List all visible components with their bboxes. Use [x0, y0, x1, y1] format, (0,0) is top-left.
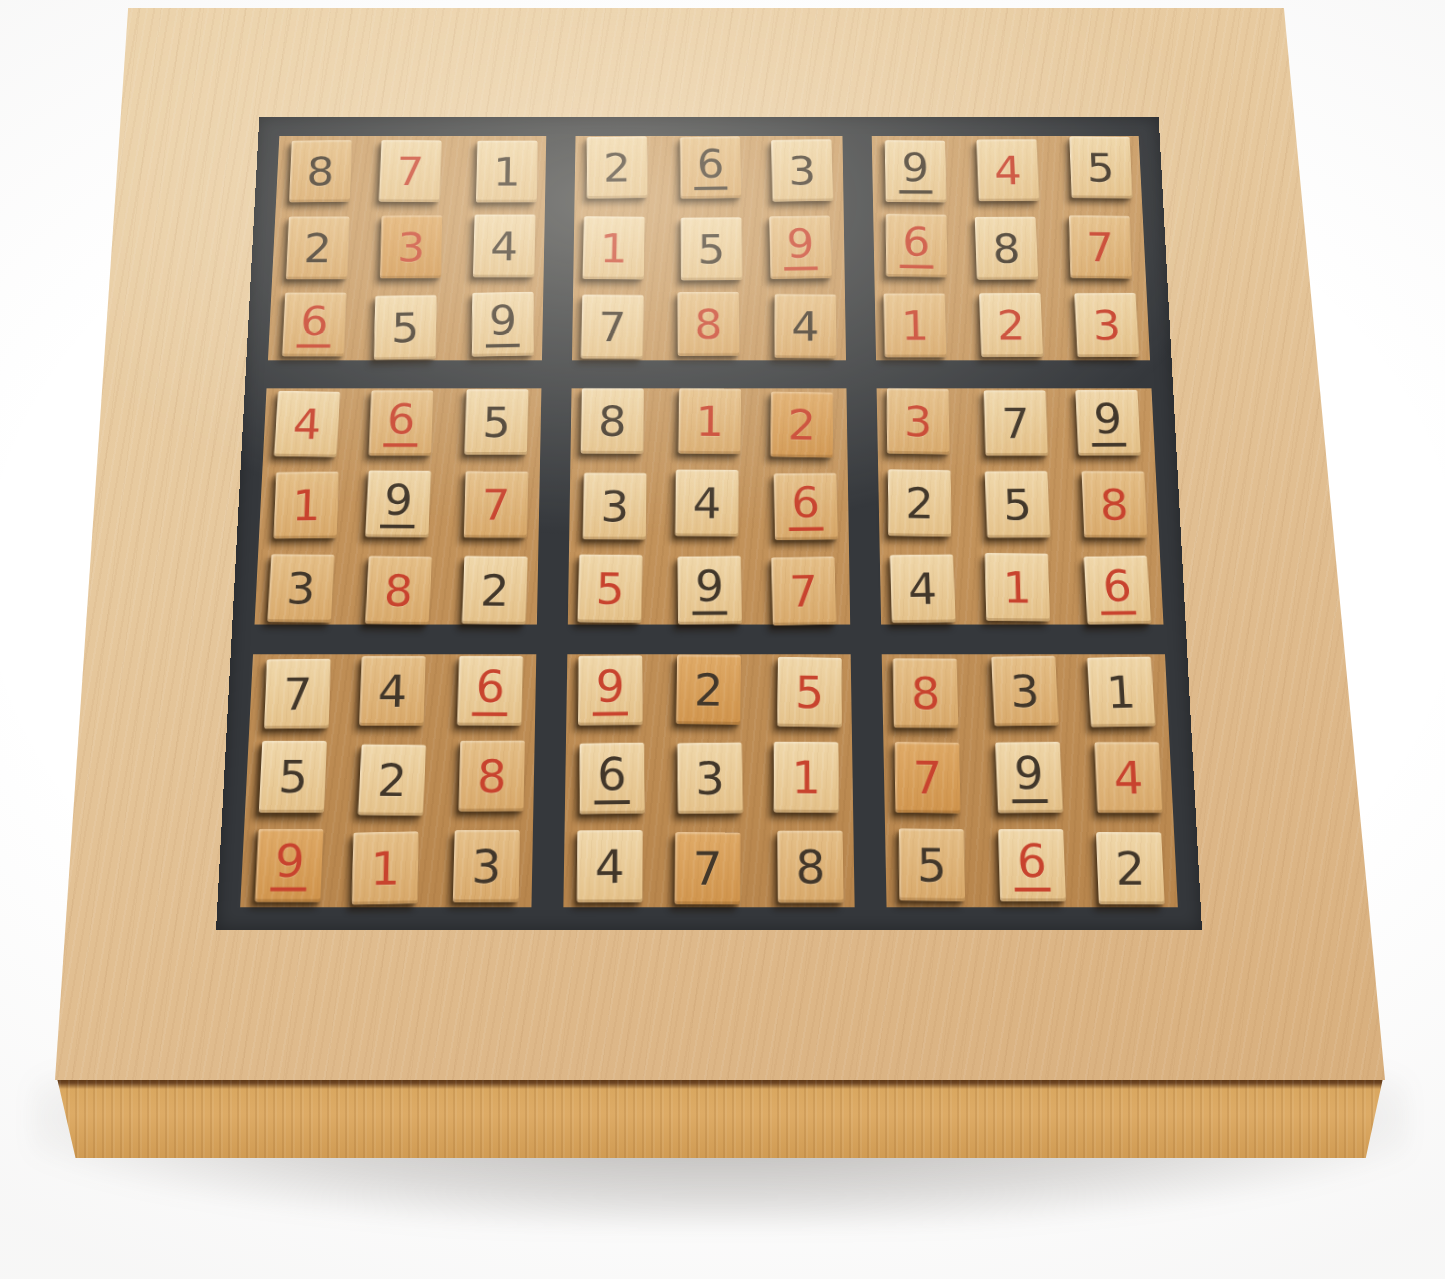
grid-cell-r1c2: 7: [369, 136, 454, 203]
tile-digit: 6: [472, 666, 508, 716]
grid-cell-r4c9: 9: [1066, 387, 1155, 459]
grid-cell-r6c8: 1: [976, 551, 1066, 625]
grid-cell-r7c4: 9: [566, 654, 655, 730]
tile-r3c4[interactable]: 7: [580, 295, 643, 360]
tile-digit: 1: [900, 305, 929, 346]
tile-digit: 7: [1086, 227, 1115, 267]
grid-cell-r8c4: 6: [564, 740, 654, 818]
tile-digit: 6: [789, 483, 824, 531]
grid-cell-r4c4: 8: [570, 387, 656, 459]
tile-r5c1[interactable]: 1: [274, 471, 339, 539]
tile-digit: 5: [917, 842, 947, 888]
grid-cell-r8c7: 7: [882, 740, 973, 818]
tile-r6c9[interactable]: 6: [1083, 555, 1151, 624]
tile-digit: 6: [694, 146, 728, 190]
tile-digit: 2: [303, 228, 332, 268]
tile-r9c9[interactable]: 2: [1096, 832, 1165, 905]
tile-r4c6[interactable]: 2: [771, 391, 834, 458]
tile-r8c9[interactable]: 4: [1094, 742, 1162, 813]
grid-cell-r4c3: 5: [455, 387, 542, 459]
tile-r1c2[interactable]: 7: [378, 140, 441, 202]
tile-r1c7[interactable]: 9: [885, 140, 947, 203]
tile-digit: 3: [904, 400, 933, 442]
tile-digit: 1: [370, 845, 401, 891]
tile-r7c8[interactable]: 3: [991, 655, 1059, 726]
tile-digit: 3: [471, 844, 502, 890]
board-side-face: [57, 1078, 1383, 1158]
tile-digit: 4: [792, 306, 820, 347]
tile-r5c8[interactable]: 5: [985, 471, 1051, 538]
grid-cell-r7c8: 3: [979, 654, 1070, 730]
tile-r9c2[interactable]: 1: [351, 832, 418, 906]
grid-cell-r1c5: 6: [667, 136, 750, 203]
tile-r7c1[interactable]: 7: [264, 658, 331, 729]
grid-cell-r2c8: 8: [966, 213, 1052, 282]
tile-r4c2[interactable]: 6: [368, 390, 433, 456]
grid-cell-r3c1: 6: [268, 291, 356, 361]
tile-r4c3[interactable]: 5: [464, 389, 528, 455]
grid-cell-r5c8: 5: [973, 469, 1062, 542]
grid-cell-r4c1: 4: [263, 387, 352, 459]
tile-digit: 3: [397, 227, 426, 267]
tile-r9c5[interactable]: 7: [674, 832, 740, 905]
tile-digit: 1: [792, 755, 821, 800]
tile-digit: 2: [905, 482, 934, 525]
tile-digit: 2: [1114, 846, 1146, 892]
grid-cell-r4c7: 3: [875, 387, 962, 459]
tile-r9c3[interactable]: 3: [453, 830, 520, 903]
tile-digit: 8: [694, 304, 722, 345]
grid-cell-r3c8: 2: [968, 291, 1055, 361]
tile-r3c7[interactable]: 1: [883, 293, 946, 357]
tile-digit: 9: [784, 225, 819, 270]
tile-digit: 5: [795, 670, 824, 715]
tile-r8c7[interactable]: 7: [895, 742, 961, 814]
grid-cell-r5c3: 7: [453, 469, 541, 542]
tile-digit: 1: [599, 228, 628, 268]
grid-cell-r6c1: 3: [254, 551, 345, 625]
tile-r1c9[interactable]: 5: [1069, 137, 1132, 199]
tile-r1c5[interactable]: 6: [680, 136, 742, 199]
tile-digit: 4: [994, 151, 1023, 190]
tile-digit: 9: [271, 840, 309, 891]
tile-digit: 8: [306, 152, 335, 191]
grid-cell-r9c1: 9: [240, 828, 333, 907]
tile-digit: 1: [695, 400, 724, 442]
grid-cell-r1c1: 8: [276, 136, 362, 203]
grid-cell-r3c2: 5: [363, 291, 450, 361]
tile-digit: 7: [597, 306, 626, 347]
grid-cell-r3c7: 1: [873, 291, 959, 361]
grid-cell-r2c1: 2: [272, 213, 359, 282]
tile-digit: 3: [788, 151, 817, 191]
tile-digit: 5: [697, 229, 725, 269]
tile-r2c4[interactable]: 1: [582, 216, 644, 280]
tile-r2c7[interactable]: 6: [886, 214, 948, 278]
tile-digit: 3: [695, 756, 725, 801]
tile-r3c9[interactable]: 3: [1074, 293, 1139, 358]
tile-digit: 8: [597, 400, 626, 442]
grid-cell-r9c2: 1: [341, 828, 434, 907]
grid-cell-r8c8: 9: [981, 740, 1073, 818]
tile-digit: 4: [377, 669, 408, 713]
grid-cell-r5c2: 9: [356, 469, 445, 542]
tile-r4c8[interactable]: 7: [984, 390, 1049, 456]
tile-digit: 6: [383, 400, 419, 447]
tile-digit: 8: [796, 844, 826, 890]
grid-cell-r2c3: 4: [461, 213, 546, 282]
grid-cell-r6c3: 2: [451, 551, 540, 625]
tile-r3c1[interactable]: 6: [282, 293, 347, 357]
tile-r8c2[interactable]: 2: [357, 745, 425, 817]
tile-digit: 5: [1003, 483, 1033, 526]
tile-r6c5[interactable]: 9: [678, 556, 742, 625]
board-top-face: 8712639452341596876597841234658123791973…: [55, 8, 1385, 1080]
tile-r6c8[interactable]: 1: [985, 553, 1050, 622]
grid-cell-r7c7: 8: [880, 654, 970, 730]
grid-cell-r9c5: 7: [664, 828, 754, 907]
grid-cell-r1c6: 3: [760, 136, 844, 203]
tile-digit: 4: [490, 226, 519, 266]
box-divider-horizontal: [267, 360, 1152, 388]
grid-cell-r1c8: 4: [963, 136, 1048, 203]
tile-digit: 9: [1090, 399, 1126, 446]
tile-digit: 9: [592, 665, 627, 715]
tile-r6c3[interactable]: 2: [462, 556, 528, 625]
tile-digit: 6: [1014, 840, 1051, 891]
tile-r9c1[interactable]: 9: [255, 829, 324, 902]
tile-r6c6[interactable]: 7: [771, 556, 836, 625]
tile-digit: 5: [277, 754, 308, 799]
tile-digit: 8: [992, 228, 1021, 268]
tile-digit: 7: [912, 755, 942, 800]
tile-r4c4[interactable]: 8: [580, 388, 643, 454]
grid-cell-r5c4: 3: [568, 469, 655, 542]
grid-cell-r2c5: 5: [667, 213, 751, 282]
tile-r9c8[interactable]: 6: [998, 829, 1066, 902]
tile-digit: 7: [481, 483, 511, 525]
grid-cell-r5c5: 4: [666, 469, 753, 542]
tile-digit: 5: [391, 307, 420, 348]
grid-cell-r2c4: 1: [573, 213, 658, 282]
grid-cell-r1c3: 1: [463, 136, 548, 203]
sudoku-grid: 8712639452341596876597841234658123791973…: [216, 117, 1202, 930]
tile-r3c5[interactable]: 8: [677, 292, 739, 357]
tile-r8c8[interactable]: 9: [996, 742, 1064, 814]
tile-digit: 2: [997, 305, 1027, 346]
tile-digit: 4: [594, 844, 624, 890]
tile-digit: 7: [1001, 402, 1031, 444]
grid-cell-r7c3: 6: [448, 654, 538, 730]
tile-digit: 9: [380, 480, 416, 528]
tile-digit: 2: [480, 568, 510, 612]
tile-digit: 3: [286, 566, 317, 609]
grid-cell-r5c6: 6: [762, 469, 849, 542]
grid-cell-r4c2: 6: [359, 387, 447, 459]
tile-r7c3[interactable]: 6: [457, 656, 523, 726]
grid-cell-r8c2: 2: [345, 740, 437, 818]
tile-digit: 3: [600, 485, 629, 527]
tile-r9c4[interactable]: 4: [576, 830, 642, 903]
grid-cell-r6c4: 5: [567, 551, 655, 625]
grid-cell-r6c6: 7: [763, 551, 851, 625]
grid-cell-r1c7: 9: [870, 136, 955, 203]
tile-r3c2[interactable]: 5: [374, 295, 437, 360]
tile-r7c4[interactable]: 9: [578, 655, 643, 725]
tile-r2c5[interactable]: 5: [681, 217, 743, 281]
tile-digit: 5: [595, 567, 625, 610]
tile-r5c4[interactable]: 3: [582, 473, 646, 540]
tile-digit: 9: [692, 566, 727, 615]
tile-r4c9[interactable]: 9: [1075, 390, 1141, 456]
grid-cell-r6c2: 8: [353, 551, 443, 625]
tile-r5c6[interactable]: 6: [774, 473, 838, 541]
tile-digit: 6: [900, 223, 934, 268]
grid-cell-r8c1: 5: [245, 740, 338, 818]
tile-r7c5[interactable]: 2: [676, 654, 741, 725]
tile-digit: 2: [603, 148, 631, 188]
tile-digit: 7: [282, 671, 313, 716]
grid-cell-r8c3: 8: [445, 740, 536, 818]
tile-digit: 8: [383, 568, 414, 612]
grid-cell-r7c2: 4: [348, 654, 439, 730]
grid-cell-r9c9: 2: [1084, 828, 1177, 907]
tile-r5c9[interactable]: 8: [1081, 471, 1147, 538]
tile-r9c7[interactable]: 5: [899, 829, 966, 902]
grid-cell-r5c7: 2: [877, 469, 965, 542]
tile-r6c1[interactable]: 3: [268, 554, 335, 623]
tile-r5c5[interactable]: 4: [675, 469, 739, 537]
tile-r6c2[interactable]: 8: [365, 556, 432, 625]
grid-cell-r3c4: 7: [571, 291, 656, 361]
tile-r7c7[interactable]: 8: [893, 658, 959, 728]
grid-cell-r6c7: 4: [878, 551, 967, 625]
grid-cell-r6c9: 6: [1073, 551, 1164, 625]
tile-digit: 7: [693, 846, 723, 892]
tile-r2c6[interactable]: 9: [769, 216, 832, 280]
tile-r1c1[interactable]: 8: [289, 140, 352, 203]
grid-cell-r3c3: 9: [458, 291, 544, 361]
tile-digit: 4: [292, 403, 323, 445]
tile-r7c2[interactable]: 4: [359, 656, 426, 726]
tile-digit: 3: [1091, 305, 1121, 346]
tile-digit: 1: [493, 152, 521, 191]
tile-r2c2[interactable]: 3: [379, 215, 442, 279]
tile-digit: 8: [910, 671, 940, 715]
tile-digit: 5: [1086, 148, 1115, 187]
tile-digit: 8: [477, 754, 507, 799]
tile-r7c9[interactable]: 1: [1087, 656, 1156, 727]
tile-r1c3[interactable]: 1: [476, 141, 538, 203]
grid-cell-r9c4: 4: [563, 828, 654, 907]
grid-cell-r9c6: 8: [765, 828, 856, 907]
tile-r5c7[interactable]: 2: [888, 469, 951, 537]
tile-r6c4[interactable]: 5: [577, 554, 642, 623]
tile-digit: 6: [297, 302, 333, 348]
grid-cell-r2c7: 6: [872, 213, 957, 282]
grid-cell-r2c9: 7: [1059, 213, 1146, 282]
tile-digit: 3: [1010, 668, 1041, 713]
grid-cell-r7c6: 5: [764, 654, 853, 730]
tile-r4c7[interactable]: 3: [887, 388, 950, 455]
tile-digit: 1: [1105, 669, 1137, 714]
tile-r1c6[interactable]: 3: [771, 139, 833, 202]
tile-digit: 4: [907, 567, 937, 610]
tile-r1c4[interactable]: 2: [586, 136, 647, 199]
grid-cell-r4c8: 7: [971, 387, 1059, 459]
tile-digit: 5: [482, 401, 511, 443]
tile-r8c1[interactable]: 5: [259, 741, 327, 812]
grid-cell-r3c9: 3: [1062, 291, 1150, 361]
tile-r8c3[interactable]: 8: [459, 741, 525, 812]
tile-digit: 9: [486, 301, 520, 347]
grid-cell-r1c4: 2: [574, 136, 658, 203]
tile-digit: 1: [291, 484, 321, 527]
grid-cell-r8c9: 4: [1081, 740, 1174, 818]
tile-r5c3[interactable]: 7: [464, 471, 529, 538]
grid-cell-r9c3: 3: [443, 828, 535, 907]
tile-digit: 1: [1003, 565, 1033, 608]
grid-cell-r5c1: 1: [259, 469, 349, 542]
grid-cell-r8c6: 1: [764, 740, 854, 818]
tile-r9c6[interactable]: 8: [778, 831, 844, 904]
tile-r8c5[interactable]: 3: [677, 743, 743, 815]
grid-cell-r7c9: 1: [1077, 654, 1169, 730]
tile-digit: 6: [1098, 565, 1136, 614]
tile-digit: 7: [789, 569, 819, 613]
tile-r3c6[interactable]: 4: [775, 294, 837, 359]
tile-r7c6[interactable]: 5: [778, 656, 843, 727]
grid-cell-r1c9: 5: [1056, 136, 1142, 203]
tile-r8c6[interactable]: 1: [774, 742, 839, 814]
grid-cell-r7c1: 7: [249, 654, 341, 730]
grid-cell-r9c7: 5: [884, 828, 976, 907]
tile-r2c9[interactable]: 7: [1069, 215, 1132, 279]
tile-digit: 2: [376, 758, 408, 803]
tile-digit: 9: [899, 149, 933, 193]
tile-r4c1[interactable]: 4: [274, 391, 340, 458]
grid-cell-r9c8: 6: [984, 828, 1077, 907]
tile-digit: 8: [1099, 483, 1129, 525]
tile-r3c8[interactable]: 2: [979, 293, 1043, 358]
box-divider-horizontal: [253, 625, 1165, 655]
grid-cell-r7c5: 2: [665, 654, 753, 730]
grid-cell-r6c5: 9: [665, 551, 752, 625]
grid-cell-r4c5: 1: [666, 387, 752, 459]
grid-cell-r3c5: 8: [667, 291, 752, 361]
tile-digit: 2: [694, 667, 724, 711]
tile-r5c2[interactable]: 9: [365, 470, 431, 538]
tile-r4c5[interactable]: 1: [678, 388, 741, 454]
grid-cell-r5c9: 8: [1070, 469, 1160, 542]
tile-r1c8[interactable]: 4: [977, 139, 1040, 201]
tile-digit: 4: [692, 482, 721, 525]
tile-r2c8[interactable]: 8: [975, 217, 1039, 281]
tile-r2c1[interactable]: 2: [286, 217, 350, 280]
grid-cell-r2c6: 9: [761, 213, 846, 282]
tile-r2c3[interactable]: 4: [473, 215, 536, 278]
grid-cell-r8c5: 3: [664, 740, 753, 818]
grid-perspective-wrapper: 8712639452341596876597841234658123791973…: [216, 117, 1202, 930]
tile-r8c4[interactable]: 6: [579, 743, 644, 815]
tile-digit: 6: [594, 753, 629, 804]
tile-r6c7[interactable]: 4: [890, 554, 956, 623]
tile-digit: 2: [788, 404, 817, 446]
grid-cell-r4c6: 2: [762, 387, 848, 459]
grid-cell-r2c2: 3: [366, 213, 452, 282]
grid-cell-r3c6: 4: [761, 291, 846, 361]
tile-digit: 4: [1112, 756, 1144, 801]
tile-r3c3[interactable]: 9: [472, 292, 534, 357]
tile-digit: 7: [395, 152, 424, 191]
tile-digit: 9: [1011, 753, 1048, 804]
